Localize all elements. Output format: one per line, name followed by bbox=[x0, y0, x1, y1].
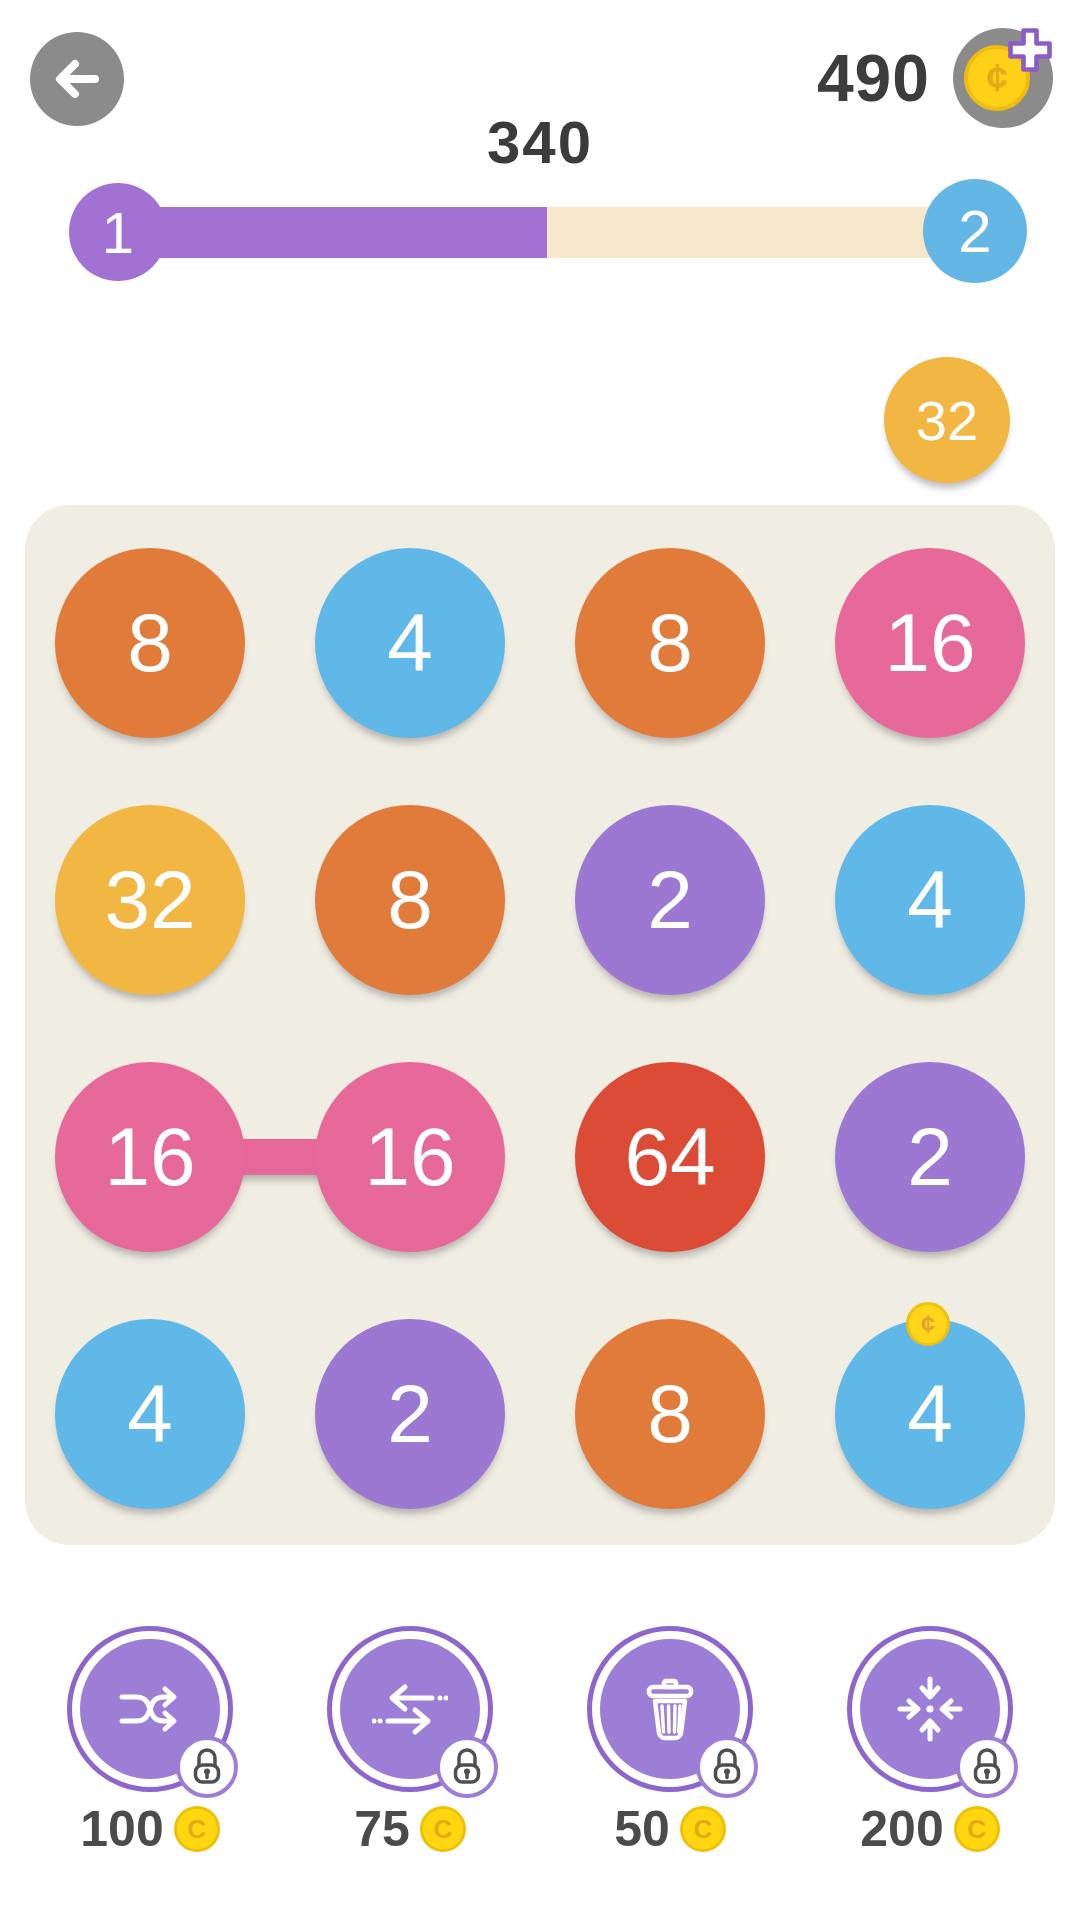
next-level-badge: 2 bbox=[923, 179, 1027, 283]
lock-icon bbox=[956, 1736, 1018, 1798]
lock-icon bbox=[436, 1736, 498, 1798]
powerup-merge-price: 200 C bbox=[800, 1800, 1060, 1858]
tile-r2c3[interactable]: 2 bbox=[575, 805, 765, 995]
tile-coin-badge: ¢ bbox=[906, 1302, 950, 1346]
tile-r1c1[interactable]: 8 bbox=[55, 548, 245, 738]
tile-r3c4[interactable]: 2 bbox=[835, 1062, 1025, 1252]
powerup-swap-price: 75 C bbox=[280, 1800, 540, 1858]
powerup-shuffle-price: 100 C bbox=[20, 1800, 280, 1858]
tile-r1c2[interactable]: 4 bbox=[315, 548, 505, 738]
tile-r3c3[interactable]: 64 bbox=[575, 1062, 765, 1252]
incoming-tile: 32 bbox=[884, 357, 1010, 483]
tile-r2c1[interactable]: 32 bbox=[55, 805, 245, 995]
tile-r4c3[interactable]: 8 bbox=[575, 1319, 765, 1509]
powerup-delete-button[interactable] bbox=[587, 1626, 753, 1792]
coin-icon: C bbox=[420, 1806, 466, 1852]
tile-r4c1[interactable]: 4 bbox=[55, 1319, 245, 1509]
powerup-swap-button[interactable] bbox=[327, 1626, 493, 1792]
tile-r3c2[interactable]: 16 bbox=[315, 1062, 505, 1252]
lock-icon bbox=[696, 1736, 758, 1798]
powerup-delete-price: 50 C bbox=[540, 1800, 800, 1858]
powerup-shuffle-button[interactable] bbox=[67, 1626, 233, 1792]
tile-r2c4[interactable]: 4 bbox=[835, 805, 1025, 995]
powerup-merge-button[interactable] bbox=[847, 1626, 1013, 1792]
tile-r1c4[interactable]: 16 bbox=[835, 548, 1025, 738]
tile-grid: 8 4 8 16 32 8 2 4 16 16 64 2 4 2 8 4 bbox=[55, 548, 1025, 1509]
tile-r1c3[interactable]: 8 bbox=[575, 548, 765, 738]
current-level-badge: 1 bbox=[69, 183, 167, 281]
tile-r3c1[interactable]: 16 bbox=[55, 1062, 245, 1252]
back-arrow-icon bbox=[49, 51, 105, 107]
level-progress-fill bbox=[118, 207, 547, 258]
coin-balance: 490 bbox=[817, 40, 930, 116]
level-progress-track bbox=[118, 207, 975, 258]
coin-icon: C bbox=[680, 1806, 726, 1852]
tile-r2c2[interactable]: 8 bbox=[315, 805, 505, 995]
game-board: 8 4 8 16 32 8 2 4 16 16 64 2 4 2 8 4 ¢ bbox=[25, 505, 1055, 1545]
coin-icon: C bbox=[954, 1806, 1000, 1852]
lock-icon bbox=[176, 1736, 238, 1798]
coin-icon: C bbox=[174, 1806, 220, 1852]
tile-r4c4[interactable]: 4 bbox=[835, 1319, 1025, 1509]
tile-r4c2[interactable]: 2 bbox=[315, 1319, 505, 1509]
level-score: 340 bbox=[0, 108, 1080, 177]
